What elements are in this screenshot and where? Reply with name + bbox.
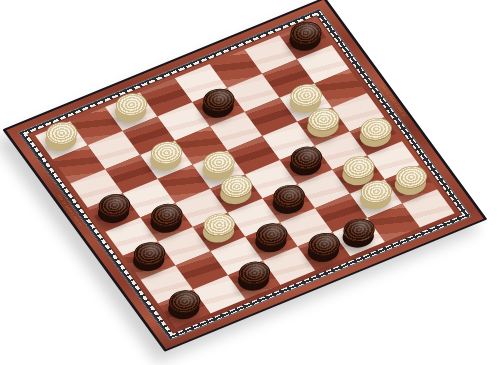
scene: IIII II IIIII I IIII II IIII II IIIII I … — [0, 0, 500, 365]
dark-piece[interactable] — [285, 18, 327, 49]
product-photo-page: { "game": "checkers", "page": { "backgro… — [0, 0, 500, 365]
inner-wood-margin — [27, 15, 462, 333]
playing-grid — [35, 21, 455, 328]
board-frame: IIII II IIIII I IIII II IIII II IIIII I … — [6, 0, 483, 349]
checkered-border-strip — [18, 9, 472, 341]
checkers-board: IIII II IIIII I IIII II IIII II IIIII I … — [2, 0, 487, 352]
